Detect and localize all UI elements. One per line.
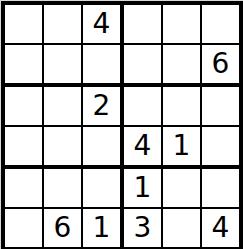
- cell-r1c1[interactable]: [5, 5, 44, 45]
- cell-r5c3[interactable]: [83, 169, 124, 209]
- cell-r1c5[interactable]: [163, 5, 202, 45]
- cell-r2c6[interactable]: 6: [202, 45, 239, 87]
- cell-r4c2[interactable]: [44, 127, 83, 169]
- cell-r4c5[interactable]: 1: [163, 127, 202, 169]
- cell-r3c3[interactable]: 2: [83, 87, 124, 127]
- cell-r5c4[interactable]: 1: [124, 169, 163, 209]
- cell-r2c2[interactable]: [44, 45, 83, 87]
- cell-r4c6[interactable]: [202, 127, 239, 169]
- cell-r1c6[interactable]: [202, 5, 239, 45]
- screenshot-area: 4624116134: [0, 0, 243, 249]
- cell-r6c2[interactable]: 6: [44, 209, 83, 247]
- cell-r4c4[interactable]: 4: [124, 127, 163, 169]
- cell-r5c1[interactable]: [5, 169, 44, 209]
- cell-r6c1[interactable]: [5, 209, 44, 247]
- cell-r2c5[interactable]: [163, 45, 202, 87]
- cell-r4c3[interactable]: [83, 127, 124, 169]
- cell-r3c6[interactable]: [202, 87, 239, 127]
- cell-r6c6[interactable]: 4: [202, 209, 239, 247]
- cell-r1c3[interactable]: 4: [83, 5, 124, 45]
- cell-r3c1[interactable]: [5, 87, 44, 127]
- cell-r5c5[interactable]: [163, 169, 202, 209]
- cell-r2c1[interactable]: [5, 45, 44, 87]
- cell-r6c3[interactable]: 1: [83, 209, 124, 247]
- cell-r6c5[interactable]: [163, 209, 202, 247]
- cell-r3c2[interactable]: [44, 87, 83, 127]
- cell-r3c5[interactable]: [163, 87, 202, 127]
- cell-r5c2[interactable]: [44, 169, 83, 209]
- cell-r4c1[interactable]: [5, 127, 44, 169]
- cell-r2c3[interactable]: [83, 45, 124, 87]
- cell-r3c4[interactable]: [124, 87, 163, 127]
- sudoku-board: 4624116134: [1, 1, 243, 249]
- cell-r2c4[interactable]: [124, 45, 163, 87]
- cell-r1c2[interactable]: [44, 5, 83, 45]
- cell-r5c6[interactable]: [202, 169, 239, 209]
- cell-r1c4[interactable]: [124, 5, 163, 45]
- cell-r6c4[interactable]: 3: [124, 209, 163, 247]
